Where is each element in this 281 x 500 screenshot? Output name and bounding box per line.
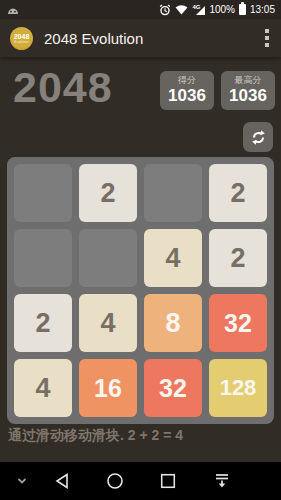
home-icon[interactable] (107, 473, 124, 490)
wifi-icon (175, 4, 188, 15)
tile-2: 2 (209, 229, 267, 287)
overflow-menu-button[interactable] (263, 25, 271, 51)
empty-cell (144, 164, 202, 222)
score-panel: 得分 1036 最高分 1036 (160, 71, 275, 110)
tile-8: 8 (144, 294, 202, 352)
signal-4g-icon: 4G (192, 4, 205, 16)
tile-2: 2 (14, 294, 72, 352)
back-icon[interactable] (55, 473, 69, 489)
tile-32: 32 (144, 359, 202, 417)
status-bar: 4G 100% 13:05 (0, 0, 281, 19)
screen: 4G 100% 13:05 2048 Evolution 2048 Evolut… (0, 0, 281, 500)
empty-cell (14, 164, 72, 222)
best-score-label: 最高分 (228, 75, 268, 86)
battery-percent: 100% (209, 4, 235, 15)
tile-128: 128 (209, 359, 267, 417)
chevron-down-icon[interactable] (17, 478, 27, 485)
tile-2: 2 (79, 164, 137, 222)
score-box: 得分 1036 (160, 71, 214, 110)
restart-button[interactable] (243, 122, 273, 152)
best-score-box: 最高分 1036 (221, 71, 275, 110)
tile-32: 32 (209, 294, 267, 352)
empty-cell (79, 229, 137, 287)
app-bar: 2048 Evolution 2048 Evolution (0, 19, 281, 57)
score-value: 1036 (167, 86, 207, 105)
game-logo: 2048 (13, 63, 113, 112)
collapse-icon[interactable] (214, 473, 230, 489)
app-icon: 2048 Evolution (10, 27, 33, 50)
tile-4: 4 (14, 359, 72, 417)
tile-16: 16 (79, 359, 137, 417)
recents-icon[interactable] (161, 474, 176, 489)
usb-debugging-icon (6, 5, 20, 15)
battery-icon (239, 4, 246, 15)
game-board[interactable]: 22422483241632128 (7, 157, 274, 424)
tile-4: 4 (79, 294, 137, 352)
navigation-bar (0, 462, 281, 500)
refresh-icon (250, 129, 267, 146)
app-title: 2048 Evolution (44, 30, 143, 47)
hint-text: 通过滑动移动滑块. 2 + 2 = 4 (8, 427, 183, 445)
tile-4: 4 (144, 229, 202, 287)
alarm-icon (159, 4, 171, 16)
status-time: 13:05 (250, 4, 275, 15)
empty-cell (14, 229, 72, 287)
tile-2: 2 (209, 164, 267, 222)
best-score-value: 1036 (228, 86, 268, 105)
score-label: 得分 (167, 75, 207, 86)
